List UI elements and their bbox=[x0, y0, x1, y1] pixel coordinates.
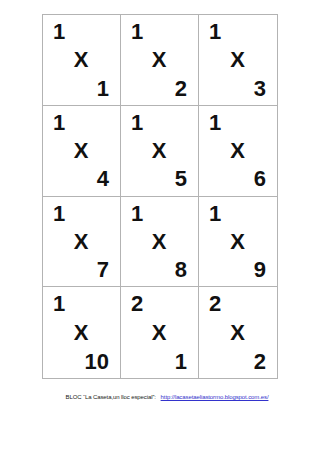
flashcard-1x7: 1 X 7 bbox=[43, 197, 121, 288]
flashcard-1x10: 1 X 10 bbox=[43, 287, 121, 378]
multiplication-sign: X bbox=[74, 48, 89, 71]
factor1: 1 bbox=[53, 111, 65, 134]
multiplication-sign: X bbox=[152, 48, 167, 71]
flashcard-grid: 1 X 1 1 X 2 1 X 3 1 X 4 1 X 5 1 X 6 bbox=[42, 14, 278, 379]
factor1: 1 bbox=[53, 20, 65, 43]
multiplication-sign: X bbox=[230, 139, 245, 162]
factor2: 3 bbox=[254, 77, 266, 100]
flashcard-1x1: 1 X 1 bbox=[43, 15, 121, 106]
flashcard-2x2: 2 X 2 bbox=[199, 287, 277, 378]
multiplication-sign: X bbox=[230, 48, 245, 71]
factor2: 10 bbox=[85, 350, 109, 373]
factor2: 6 bbox=[254, 167, 266, 190]
credit-line: BLOC “La Caseta,un lloc especial”: http:… bbox=[0, 393, 320, 402]
factor1: 1 bbox=[53, 202, 65, 225]
multiplication-sign: X bbox=[74, 139, 89, 162]
factor2: 5 bbox=[175, 167, 187, 190]
multiplication-sign: X bbox=[152, 139, 167, 162]
factor1: 1 bbox=[131, 20, 143, 43]
flashcard-2x1: 2 X 1 bbox=[121, 287, 199, 378]
flashcard-1x8: 1 X 8 bbox=[121, 197, 199, 288]
factor1: 1 bbox=[209, 202, 221, 225]
flashcards-sheet: 1 X 1 1 X 2 1 X 3 1 X 4 1 X 5 1 X 6 bbox=[0, 0, 320, 453]
multiplication-sign: X bbox=[152, 321, 167, 344]
factor2: 7 bbox=[97, 258, 109, 281]
credit-label: BLOC “La Caseta,un lloc especial”: bbox=[66, 394, 156, 400]
factor1: 2 bbox=[209, 292, 221, 315]
flashcard-1x3: 1 X 3 bbox=[199, 15, 277, 106]
factor2: 8 bbox=[175, 258, 187, 281]
multiplication-sign: X bbox=[74, 321, 89, 344]
multiplication-sign: X bbox=[74, 230, 89, 253]
factor2: 2 bbox=[254, 350, 266, 373]
flashcard-1x6: 1 X 6 bbox=[199, 106, 277, 197]
factor1: 1 bbox=[209, 111, 221, 134]
multiplication-sign: X bbox=[230, 230, 245, 253]
factor2: 2 bbox=[175, 77, 187, 100]
factor1: 2 bbox=[131, 292, 143, 315]
factor2: 1 bbox=[175, 350, 187, 373]
multiplication-sign: X bbox=[152, 230, 167, 253]
factor1: 1 bbox=[131, 111, 143, 134]
blog-link[interactable]: http://lacasetaeliastormo.blogspot.com.e… bbox=[161, 394, 269, 400]
factor1: 1 bbox=[53, 292, 65, 315]
factor1: 1 bbox=[209, 20, 221, 43]
multiplication-sign: X bbox=[230, 321, 245, 344]
factor1: 1 bbox=[131, 202, 143, 225]
factor2: 9 bbox=[254, 258, 266, 281]
flashcard-1x4: 1 X 4 bbox=[43, 106, 121, 197]
factor2: 4 bbox=[97, 167, 109, 190]
flashcard-1x5: 1 X 5 bbox=[121, 106, 199, 197]
flashcard-1x9: 1 X 9 bbox=[199, 197, 277, 288]
factor2: 1 bbox=[97, 77, 109, 100]
flashcard-1x2: 1 X 2 bbox=[121, 15, 199, 106]
spacer bbox=[157, 394, 159, 400]
